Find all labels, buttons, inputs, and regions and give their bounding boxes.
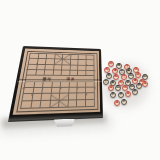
xiangqi-board: 楚河 漢界 — [8, 46, 103, 122]
piece-character: 俥 — [133, 79, 136, 82]
piece-character: 卒 — [137, 84, 140, 87]
piece-character: 兵 — [109, 86, 112, 89]
piece-character: 卒 — [111, 93, 114, 96]
piece-character: 兵 — [143, 82, 146, 85]
piece-character: 卒 — [122, 100, 125, 103]
piece-character: 兵 — [136, 73, 139, 76]
piece-character: 馬 — [129, 74, 132, 77]
piece-character: 傌 — [123, 86, 126, 89]
piece-character: 炮 — [114, 75, 117, 78]
piece-character: 車 — [107, 74, 110, 77]
product-photo: 楚河 漢界 帥將仕相俥士象傌車炮仕馬兵砲士象相車俥炮兵馬傌砲卒兵卒卒兵卒兵卒 — [0, 0, 160, 160]
piece-character: 將 — [117, 64, 120, 67]
piece-character: 兵 — [115, 101, 118, 104]
piece-character: 卒 — [119, 93, 122, 96]
board-surface: 楚河 漢界 — [13, 49, 101, 115]
piece-character: 俥 — [113, 69, 116, 72]
piece-character: 馬 — [116, 86, 119, 89]
piece-character: 仕 — [122, 75, 125, 78]
fold-hinge-highlight — [16, 81, 101, 82]
piece-character: 兵 — [126, 92, 129, 95]
piece-character: 士 — [104, 80, 107, 83]
piece-character: 砲 — [143, 75, 146, 78]
piece-character: 帥 — [109, 62, 112, 65]
piece-character: 卒 — [133, 90, 136, 93]
board-latch — [54, 119, 75, 127]
piece-character: 相 — [105, 68, 108, 71]
